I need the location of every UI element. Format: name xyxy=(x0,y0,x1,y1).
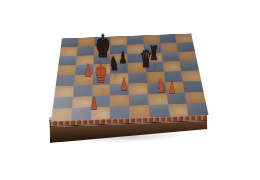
king-icon: ♚ xyxy=(94,59,107,86)
pawn-icon: ♟ xyxy=(120,76,128,93)
red-pawn-g3: ♟ xyxy=(172,96,186,112)
knight-icon: ♞ xyxy=(156,76,165,95)
pieces-layer: ♚♚♜♜♟♟♛♛♞♞♟♟♚♚♟♟♞♞♟♟♟♟ xyxy=(0,0,260,180)
pawn-icon: ♟ xyxy=(168,80,176,96)
pawn-icon: ♟ xyxy=(119,50,127,66)
knight-icon: ♞ xyxy=(109,53,119,73)
queen-icon: ♛ xyxy=(140,47,152,71)
pawn-icon: ♟ xyxy=(84,62,92,79)
red-pawn-b2: ♟ xyxy=(94,112,109,129)
pawn-icon: ♟ xyxy=(90,95,98,112)
red-pawn-d3: ♟ xyxy=(124,93,139,110)
product-photo: ♚♚♜♜♟♟♛♛♞♞♟♟♚♚♟♟♞♞♟♟♟♟ xyxy=(0,0,260,180)
